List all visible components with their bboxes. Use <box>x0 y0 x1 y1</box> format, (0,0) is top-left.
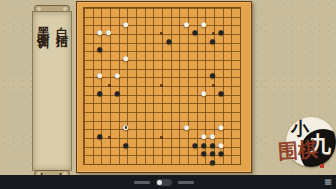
playback-marks-right <box>178 181 194 184</box>
white-stone[interactable]: ● <box>199 20 208 29</box>
white-stone[interactable]: ● <box>182 20 191 29</box>
white-stone[interactable]: ● <box>121 54 130 63</box>
black-stone[interactable]: ● <box>96 89 105 98</box>
black-stone[interactable]: ● <box>96 132 105 141</box>
white-stone[interactable]: ● <box>96 28 105 37</box>
black-stone[interactable]: ● <box>208 71 217 80</box>
white-stone[interactable]: ● <box>121 123 130 132</box>
white-player-column: 白 柯洁 九段 <box>53 17 70 165</box>
white-stone[interactable]: ● <box>113 71 122 80</box>
grid-menu-icon[interactable]: ▦ <box>324 178 332 186</box>
black-stone[interactable]: ● <box>217 28 226 37</box>
black-stone[interactable]: ● <box>121 141 130 150</box>
logo-seal-dot <box>320 164 324 168</box>
white-stone[interactable]: ● <box>217 123 226 132</box>
black-label: 黑 <box>34 17 51 18</box>
playback-toggle[interactable] <box>156 179 172 186</box>
white-stone[interactable]: ● <box>182 123 191 132</box>
logo-seal-calligraphy: 围棋 <box>277 136 319 166</box>
black-stone[interactable]: ● <box>217 149 226 158</box>
black-stone[interactable]: ● <box>208 158 217 167</box>
white-stone[interactable]: ● <box>104 28 113 37</box>
black-stone[interactable]: ● <box>165 37 174 46</box>
black-stone[interactable]: ● <box>217 89 226 98</box>
playback-bar: ▦ <box>0 175 336 189</box>
white-player-rank: 九段 <box>53 163 70 165</box>
app-logo: 小 九 围棋 <box>284 115 336 171</box>
black-stone[interactable]: ● <box>199 149 208 158</box>
black-player-name: 金明训 <box>34 24 51 27</box>
black-player-column: 黑 金明训 九段 <box>34 17 51 165</box>
playback-marks-left <box>134 181 150 184</box>
white-player-name: 柯洁 <box>53 24 70 26</box>
board-stones: ●●●●●●●●●●●●●●●●●●●●●●●●●●●●●●●●● <box>78 2 243 167</box>
white-stone[interactable]: ● <box>121 20 130 29</box>
player-info-scroll: 白 柯洁 九段 黑 金明训 九段 <box>32 5 72 177</box>
black-player-rank: 九段 <box>34 163 51 165</box>
go-board[interactable]: ●●●●●●●●●●●●●●●●●●●●●●●●●●●●●●●●● <box>76 1 252 173</box>
black-stone[interactable]: ● <box>96 45 105 54</box>
black-stone[interactable]: ● <box>191 28 200 37</box>
white-label: 白 <box>53 17 70 18</box>
toggle-knob <box>157 180 162 185</box>
white-stone[interactable]: ● <box>199 89 208 98</box>
player-names: 白 柯洁 九段 黑 金明训 九段 <box>32 17 72 165</box>
last-move-marker <box>125 126 128 129</box>
black-stone[interactable]: ● <box>191 141 200 150</box>
black-stone[interactable]: ● <box>113 89 122 98</box>
black-stone[interactable]: ● <box>208 37 217 46</box>
white-stone[interactable]: ● <box>96 71 105 80</box>
